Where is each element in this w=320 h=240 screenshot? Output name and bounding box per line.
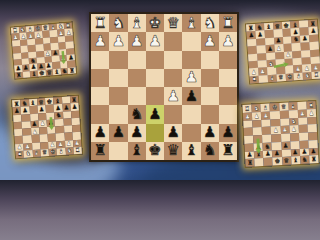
white-pawn-piece: ♟ (93, 34, 106, 49)
black-pawn-piece: ♟ (203, 125, 216, 140)
white-knight-piece: ♞ (268, 60, 274, 66)
square (109, 69, 127, 87)
black-rook-piece: ♜ (93, 143, 106, 158)
square (201, 51, 219, 69)
white-bishop-piece: ♝ (185, 15, 198, 30)
black-rook-piece: ♜ (14, 100, 20, 106)
square (128, 69, 146, 87)
black-knight-piece: ♞ (265, 143, 271, 149)
white-knight-piece: ♞ (66, 148, 72, 154)
white-pawn-piece: ♟ (40, 120, 46, 126)
square: ♚ (146, 142, 164, 160)
white-queen-piece: ♛ (166, 15, 179, 30)
square: ♜ (73, 146, 82, 154)
black-queen-piece: ♛ (38, 99, 44, 105)
square (91, 69, 109, 87)
black-knight-piece: ♞ (61, 68, 67, 74)
white-king-piece: ♚ (272, 104, 278, 110)
white-pawn-piece: ♟ (313, 64, 319, 70)
black-rook-piece: ♜ (69, 67, 75, 73)
black-pawn-piece: ♟ (267, 45, 273, 51)
black-knight-piece: ♞ (293, 36, 299, 42)
square: ♟ (164, 87, 182, 105)
square: ♝ (182, 142, 200, 160)
white-pawn-piece: ♟ (66, 29, 72, 35)
white-pawn-piece: ♟ (245, 113, 251, 119)
white-king-piece: ♚ (148, 15, 161, 30)
square (146, 69, 164, 87)
white-pawn-piece: ♟ (25, 143, 31, 149)
square: ♟ (109, 124, 127, 142)
square (201, 69, 219, 87)
white-bishop-piece: ♝ (58, 148, 64, 154)
square: ♜ (309, 155, 319, 163)
black-rook-piece: ♜ (247, 160, 253, 166)
white-pawn-piece: ♟ (304, 65, 310, 71)
white-pawn-piece: ♟ (254, 113, 260, 119)
white-queen-piece: ♛ (278, 74, 284, 80)
square: ♚ (146, 14, 164, 32)
black-king-piece: ♚ (148, 143, 161, 158)
square: ♝ (291, 156, 301, 164)
black-king-piece: ♚ (39, 70, 45, 76)
white-queen-piece: ♛ (42, 25, 48, 31)
white-pawn-piece: ♟ (66, 140, 72, 146)
square (182, 105, 200, 123)
board-squares: ♜♞♝♛♚♝♜♟♟♟♟♟♟♞♟♟♟♟♟♟♟♟♟♟♜♞♝♛♚♝♞♜ (12, 96, 82, 158)
square (182, 51, 200, 69)
square (91, 87, 109, 105)
black-pawn-piece: ♟ (166, 125, 179, 140)
square: ♟ (109, 32, 127, 50)
black-pawn-piece: ♟ (221, 125, 234, 140)
white-pawn-piece: ♟ (17, 144, 23, 150)
black-rook-piece: ♜ (16, 72, 22, 78)
black-knight-piece: ♞ (56, 112, 62, 118)
white-pawn-piece: ♟ (58, 30, 64, 36)
square: ♜ (245, 159, 255, 167)
black-pawn-piece: ♟ (301, 149, 307, 155)
white-king-piece: ♚ (287, 74, 293, 80)
black-pawn-piece: ♟ (31, 121, 37, 127)
white-pawn-piece: ♟ (203, 34, 216, 49)
black-bishop-piece: ♝ (30, 99, 36, 105)
square (109, 51, 127, 69)
white-pawn-piece: ♟ (28, 32, 34, 38)
square: ♞ (300, 156, 310, 164)
white-bishop-piece: ♝ (130, 15, 143, 30)
white-knight-piece: ♞ (305, 72, 311, 78)
white-pawn-piece: ♟ (251, 69, 257, 75)
black-pawn-piece: ♟ (302, 36, 308, 42)
black-queen-piece: ♛ (284, 158, 290, 164)
white-rook-piece: ♜ (75, 147, 81, 153)
white-pawn-piece: ♟ (299, 110, 305, 116)
white-rook-piece: ♜ (17, 151, 23, 157)
black-pawn-piece: ♟ (283, 142, 289, 148)
black-king-piece: ♚ (275, 158, 281, 164)
square (263, 158, 273, 166)
square (146, 87, 164, 105)
black-pawn-piece: ♟ (247, 152, 253, 158)
black-rook-piece: ♜ (221, 143, 234, 158)
white-knight-piece: ♞ (203, 15, 216, 30)
white-pawn-piece: ♟ (13, 34, 19, 40)
black-bishop-piece: ♝ (55, 98, 61, 104)
white-knight-piece: ♞ (112, 15, 125, 30)
black-bishop-piece: ♝ (130, 143, 143, 158)
white-pawn-piece: ♟ (35, 32, 41, 38)
black-pawn-piece: ♟ (63, 104, 69, 110)
white-pawn-piece: ♟ (32, 128, 38, 134)
black-bishop-piece: ♝ (185, 143, 198, 158)
square (164, 51, 182, 69)
black-knight-piece: ♞ (203, 143, 216, 158)
board-squares: ♜♞♝♚♛♝♞♜♟♟♟♟♟♟♟♟♟♞♟♟♟♟♟♟♟♜♝♚♛♝♞♜ (91, 14, 237, 160)
square (91, 51, 109, 69)
white-pawn-piece: ♟ (45, 50, 51, 56)
square (109, 87, 127, 105)
black-bishop-piece: ♝ (256, 151, 262, 157)
white-pawn-piece: ♟ (112, 34, 125, 49)
square: ♜ (91, 14, 109, 32)
white-pawn-piece: ♟ (49, 141, 55, 147)
square: ♟ (65, 29, 73, 36)
black-king-piece: ♚ (46, 98, 52, 104)
white-rook-piece: ♜ (93, 15, 106, 30)
square: ♝ (128, 142, 146, 160)
white-pawn-piece: ♟ (260, 68, 266, 74)
white-rook-piece: ♜ (244, 105, 250, 111)
black-rook-piece: ♜ (311, 156, 317, 162)
square (254, 158, 264, 166)
white-rook-piece: ♜ (251, 76, 257, 82)
black-bishop-piece: ♝ (293, 157, 299, 163)
white-bishop-piece: ♝ (263, 104, 269, 110)
square (164, 69, 182, 87)
black-bishop-piece: ♝ (54, 68, 60, 74)
white-pawn-piece: ♟ (166, 88, 179, 103)
black-pawn-piece: ♟ (310, 28, 316, 34)
white-king-piece: ♚ (50, 149, 56, 155)
black-pawn-piece: ♟ (93, 125, 106, 140)
white-bishop-piece: ♝ (50, 24, 56, 30)
white-pawn-piece: ♟ (20, 33, 26, 39)
square: ♞ (201, 14, 219, 32)
square: ♛ (282, 157, 292, 165)
black-pawn-piece: ♟ (68, 54, 74, 60)
black-bishop-piece: ♝ (266, 23, 272, 29)
square (219, 69, 237, 87)
black-pawn-piece: ♟ (148, 107, 161, 122)
white-pawn-piece: ♟ (276, 45, 282, 51)
black-pawn-piece: ♟ (39, 106, 45, 112)
square: ♟ (201, 32, 219, 50)
square: ♟ (91, 32, 109, 50)
square: ♜ (91, 142, 109, 160)
black-pawn-piece: ♟ (14, 108, 20, 114)
white-pawn-piece: ♟ (285, 52, 291, 58)
black-pawn-piece: ♟ (130, 125, 143, 140)
white-bishop-piece: ♝ (34, 150, 40, 156)
square: ♛ (164, 142, 182, 160)
black-pawn-piece: ♟ (185, 88, 198, 103)
black-pawn-piece: ♟ (248, 32, 254, 38)
square (201, 87, 219, 105)
black-pawn-piece: ♟ (22, 107, 28, 113)
board-squares: ♜♞♝♚♛♝♜♟♟♟♟♟♞♟♟♟♟♞♟♟♝♟♟♟♟♟♜♚♛♝♞♜ (242, 101, 318, 167)
white-pawn-piece: ♟ (185, 70, 198, 85)
black-king-piece: ♚ (283, 22, 289, 28)
white-rook-piece: ♜ (313, 72, 319, 78)
black-pawn-piece: ♟ (55, 105, 61, 111)
white-bishop-piece: ♝ (269, 75, 275, 81)
black-rook-piece: ♜ (310, 20, 316, 26)
square: ♚ (273, 157, 283, 165)
white-pawn-piece: ♟ (309, 110, 315, 116)
square: ♛ (164, 14, 182, 32)
main-chess-board: ♜♞♝♚♛♝♞♜♟♟♟♟♟♟♟♟♟♞♟♟♟♟♟♟♟♜♝♚♛♝♞♜ (89, 12, 239, 162)
square: ♞ (201, 142, 219, 160)
black-bishop-piece: ♝ (31, 70, 37, 76)
square: ♟ (146, 105, 164, 123)
board-squares: ♜♞♝♛♚♝♜♟♟♟♟♟♞♟♟♟♟♞♟♟♟♟♟♜♝♛♚♝♞♜ (246, 20, 320, 84)
square: ♟ (219, 124, 237, 142)
white-pawn-piece: ♟ (148, 34, 161, 49)
mini-board-bottom-right: ♜♞♝♚♛♝♜♟♟♟♟♟♞♟♟♟♟♞♟♟♝♟♟♟♟♟♜♚♛♝♞♜ (241, 100, 319, 168)
black-pawn-piece: ♟ (292, 149, 298, 155)
square (146, 124, 164, 142)
square (182, 124, 200, 142)
white-pawn-piece: ♟ (221, 34, 234, 49)
square (109, 105, 127, 123)
mini-board-bottom-left: ♜♞♝♛♚♝♜♟♟♟♟♟♟♞♟♟♟♟♟♟♟♟♟♟♜♞♝♛♚♝♞♜ (11, 95, 83, 160)
white-knight-piece: ♞ (291, 118, 297, 124)
white-pawn-piece: ♟ (58, 141, 64, 147)
black-pawn-piece: ♟ (112, 125, 125, 140)
black-queen-piece: ♛ (274, 23, 280, 29)
square: ♟ (128, 32, 146, 50)
white-pawn-piece: ♟ (60, 55, 66, 61)
black-bishop-piece: ♝ (292, 22, 298, 28)
white-bishop-piece: ♝ (290, 103, 296, 109)
black-rook-piece: ♜ (248, 25, 254, 31)
black-pawn-piece: ♟ (52, 49, 58, 55)
white-pawn-piece: ♟ (273, 127, 279, 133)
black-pawn-piece: ♟ (275, 37, 281, 43)
square (128, 87, 146, 105)
square: ♟ (91, 124, 109, 142)
mini-board-top-right: ♜♞♝♛♚♝♜♟♟♟♟♟♞♟♟♟♟♞♟♟♟♟♟♜♝♛♚♝♞♜ (245, 19, 320, 85)
black-pawn-piece: ♟ (72, 104, 78, 110)
white-pawn-piece: ♟ (130, 34, 143, 49)
square: ♜ (219, 142, 237, 160)
square: ♟ (67, 54, 75, 61)
black-pawn-piece: ♟ (257, 31, 263, 37)
square: ♝ (182, 14, 200, 32)
white-queen-piece: ♛ (42, 149, 48, 155)
black-rook-piece: ♜ (71, 96, 77, 102)
white-queen-piece: ♛ (281, 103, 287, 109)
square (219, 87, 237, 105)
black-pawn-piece: ♟ (265, 151, 271, 157)
white-pawn-piece: ♟ (291, 126, 297, 132)
black-pawn-piece: ♟ (48, 120, 54, 126)
square: ♝ (128, 14, 146, 32)
square (164, 105, 182, 123)
board-squares: ♜♞♝♚♛♝♞♜♟♟♟♟♟♟♟♟♞♟♟♟♟♟♟♟♜♝♚♛♝♞♜ (11, 22, 76, 78)
square (201, 105, 219, 123)
square (109, 142, 127, 160)
black-queen-piece: ♛ (166, 143, 179, 158)
mini-board-top-left: ♜♞♝♚♛♝♞♜♟♟♟♟♟♟♟♟♞♟♟♟♟♟♟♟♜♝♚♛♝♞♜ (10, 21, 77, 79)
square: ♜ (219, 14, 237, 32)
square: ♟ (182, 69, 200, 87)
square: ♜ (68, 67, 76, 74)
square (128, 51, 146, 69)
black-pawn-piece: ♟ (293, 29, 299, 35)
square (146, 51, 164, 69)
square: ♟ (146, 32, 164, 50)
square: ♟ (128, 124, 146, 142)
white-rook-piece: ♜ (221, 15, 234, 30)
white-pawn-piece: ♟ (74, 140, 80, 146)
black-pawn-piece: ♟ (255, 144, 261, 150)
square (91, 105, 109, 123)
white-knight-piece: ♞ (25, 150, 31, 156)
square: ♞ (109, 14, 127, 32)
square: ♞ (128, 105, 146, 123)
black-queen-piece: ♛ (46, 69, 52, 75)
square: ♜ (312, 71, 320, 79)
white-bishop-piece: ♝ (296, 73, 302, 79)
black-knight-piece: ♞ (257, 24, 263, 30)
square (182, 32, 200, 50)
square (219, 51, 237, 69)
white-knight-piece: ♞ (253, 105, 259, 111)
white-pawn-piece: ♟ (295, 66, 301, 72)
square: ♟ (201, 124, 219, 142)
black-pawn-piece: ♟ (23, 65, 29, 71)
black-pawn-piece: ♟ (311, 148, 317, 154)
white-rook-piece: ♜ (308, 102, 314, 108)
black-knight-piece: ♞ (302, 157, 308, 163)
square: ♟ (182, 87, 200, 105)
square: ♟ (219, 32, 237, 50)
black-knight-piece: ♞ (22, 100, 28, 106)
black-knight-piece: ♞ (130, 107, 143, 122)
black-pawn-piece: ♟ (274, 150, 280, 156)
white-pawn-piece: ♟ (263, 112, 269, 118)
white-pawn-piece: ♟ (282, 127, 288, 133)
square (219, 105, 237, 123)
square (164, 32, 182, 50)
square: ♟ (164, 124, 182, 142)
